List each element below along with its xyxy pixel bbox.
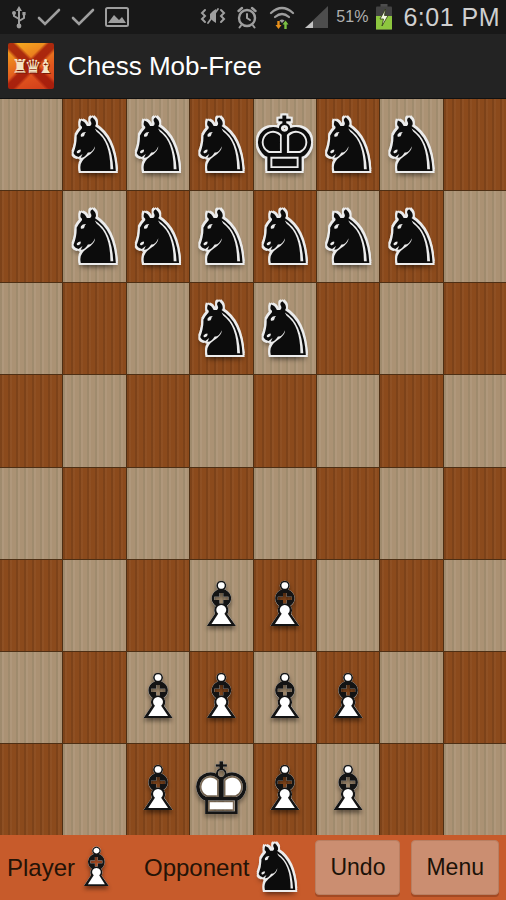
menu-button[interactable]: Menu (411, 840, 499, 895)
square-h7[interactable] (444, 191, 506, 282)
square-f8-black-knight[interactable]: ♞ (317, 99, 379, 190)
undo-button[interactable]: Undo (315, 840, 400, 895)
black-knight-piece: ♞ (188, 292, 254, 366)
square-a3[interactable] (0, 560, 62, 651)
white-bishop-piece: ♝ (320, 666, 376, 728)
square-e4[interactable] (254, 468, 316, 559)
square-f2-white-bishop[interactable]: ♝♗ (317, 652, 379, 743)
wifi-data-icon (268, 4, 296, 30)
white-bishop-piece-outline: ♗ (320, 666, 376, 728)
white-king-piece: ♚ (189, 753, 254, 825)
square-a1[interactable] (0, 744, 62, 835)
black-knight-piece: ♞ (378, 108, 444, 182)
black-knight-piece: ♞ (252, 200, 318, 274)
square-f5[interactable] (317, 375, 379, 466)
check-icon (70, 6, 96, 28)
square-a2[interactable] (0, 652, 62, 743)
phone-screen: 51% 6:01 PM ♜♛♝ Chess Mob-Free ♞♞♞♚♞♞♞♞♞… (0, 0, 506, 900)
usb-icon (10, 5, 28, 29)
square-e3-white-bishop[interactable]: ♝♗ (254, 560, 316, 651)
square-g8-black-knight[interactable]: ♞ (380, 99, 442, 190)
player-label: Player (7, 854, 75, 882)
square-h1[interactable] (444, 744, 506, 835)
white-bishop-piece: ♝ (257, 666, 313, 728)
square-e2-white-bishop[interactable]: ♝♗ (254, 652, 316, 743)
square-h5[interactable] (444, 375, 506, 466)
square-d1-white-king[interactable]: ♚♔ (190, 744, 252, 835)
square-e6-black-knight[interactable]: ♞ (254, 283, 316, 374)
square-a8[interactable] (0, 99, 62, 190)
square-d5[interactable] (190, 375, 252, 466)
alarm-icon (234, 5, 260, 30)
black-knight-piece: ♞ (188, 200, 254, 274)
white-bishop-piece: ♝ (194, 574, 250, 636)
square-b8-black-knight[interactable]: ♞ (63, 99, 125, 190)
square-c3[interactable] (127, 560, 189, 651)
square-h6[interactable] (444, 283, 506, 374)
white-bishop-piece-outline: ♗ (130, 666, 186, 728)
bottom-bar: Player ♝ ♗ Opponent ♞ Undo Menu (0, 835, 506, 900)
square-c1-white-bishop[interactable]: ♝♗ (127, 744, 189, 835)
gallery-icon (104, 6, 130, 28)
square-d4[interactable] (190, 468, 252, 559)
square-g1[interactable] (380, 744, 442, 835)
chess-board[interactable]: ♞♞♞♚♞♞♞♞♞♞♞♞♞♞♝♗♝♗♝♗♝♗♝♗♝♗♝♗♚♔♝♗♝♗ (0, 99, 506, 835)
square-g2[interactable] (380, 652, 442, 743)
square-d3-white-bishop[interactable]: ♝♗ (190, 560, 252, 651)
white-bishop-piece-outline: ♗ (257, 758, 313, 820)
black-knight-piece: ♞ (125, 108, 191, 182)
square-c4[interactable] (127, 468, 189, 559)
white-king-piece-outline: ♔ (189, 753, 254, 825)
white-bishop-piece-outline: ♗ (130, 758, 186, 820)
square-e5[interactable] (254, 375, 316, 466)
white-bishop-piece: ♝ (194, 666, 250, 728)
app-title: Chess Mob-Free (68, 51, 262, 82)
square-b3[interactable] (63, 560, 125, 651)
square-c7-black-knight[interactable]: ♞ (127, 191, 189, 282)
clock-time: 6:01 PM (403, 3, 500, 32)
black-knight-piece: ♞ (125, 200, 191, 274)
black-knight-piece: ♞ (378, 200, 444, 274)
square-g4[interactable] (380, 468, 442, 559)
square-b4[interactable] (63, 468, 125, 559)
black-knight-icon: ♞ (248, 836, 305, 900)
square-h4[interactable] (444, 468, 506, 559)
square-g6[interactable] (380, 283, 442, 374)
square-g3[interactable] (380, 560, 442, 651)
vibrate-silent-icon (200, 5, 226, 29)
white-bishop-piece-outline: ♗ (320, 758, 376, 820)
white-bishop-piece-outline: ♗ (194, 574, 250, 636)
white-bishop-piece-outline: ♗ (194, 666, 250, 728)
square-b2[interactable] (63, 652, 125, 743)
square-e1-white-bishop[interactable]: ♝♗ (254, 744, 316, 835)
square-f7-black-knight[interactable]: ♞ (317, 191, 379, 282)
square-h8[interactable] (444, 99, 506, 190)
status-bar: 51% 6:01 PM (0, 0, 506, 34)
square-f1-white-bishop[interactable]: ♝♗ (317, 744, 379, 835)
square-b1[interactable] (63, 744, 125, 835)
white-bishop-icon: ♝ (72, 841, 120, 895)
square-c2-white-bishop[interactable]: ♝♗ (127, 652, 189, 743)
square-g5[interactable] (380, 375, 442, 466)
check-icon (36, 6, 62, 28)
app-icon-glyphs: ♜♛♝ (11, 55, 50, 77)
white-bishop-piece: ♝ (320, 758, 376, 820)
battery-percent: 51% (336, 8, 368, 26)
square-c5[interactable] (127, 375, 189, 466)
square-a6[interactable] (0, 283, 62, 374)
opponent-piece-indicator: ♞ (253, 836, 300, 900)
signal-icon (304, 6, 329, 28)
square-f4[interactable] (317, 468, 379, 559)
square-c8-black-knight[interactable]: ♞ (127, 99, 189, 190)
square-h3[interactable] (444, 560, 506, 651)
white-bishop-piece-outline: ♗ (257, 666, 313, 728)
white-bishop-piece-outline: ♗ (257, 574, 313, 636)
square-d2-white-bishop[interactable]: ♝♗ (190, 652, 252, 743)
white-bishop-piece: ♝ (257, 574, 313, 636)
square-b5[interactable] (63, 375, 125, 466)
square-f6[interactable] (317, 283, 379, 374)
white-bishop-piece: ♝ (130, 666, 186, 728)
black-knight-piece: ♞ (315, 200, 381, 274)
square-d6-black-knight[interactable]: ♞ (190, 283, 252, 374)
black-knight-piece: ♞ (61, 200, 127, 274)
title-bar: ♜♛♝ Chess Mob-Free (0, 34, 506, 99)
square-e8-black-king[interactable]: ♚ (254, 99, 316, 190)
app-icon: ♜♛♝ (8, 43, 54, 89)
battery-charging-icon (375, 4, 393, 30)
square-h2[interactable] (444, 652, 506, 743)
opponent-label: Opponent (144, 854, 249, 882)
square-a4[interactable] (0, 468, 62, 559)
square-d8-black-knight[interactable]: ♞ (190, 99, 252, 190)
square-a5[interactable] (0, 375, 62, 466)
black-knight-piece: ♞ (252, 292, 318, 366)
square-g7-black-knight[interactable]: ♞ (380, 191, 442, 282)
black-knight-piece: ♞ (315, 108, 381, 182)
square-f3[interactable] (317, 560, 379, 651)
white-bishop-piece: ♝ (257, 758, 313, 820)
square-b6[interactable] (63, 283, 125, 374)
white-bishop-piece: ♝ (130, 758, 186, 820)
square-b7-black-knight[interactable]: ♞ (63, 191, 125, 282)
player-piece-indicator: ♝ ♗ (79, 836, 114, 900)
black-knight-piece: ♞ (188, 108, 254, 182)
black-king-piece: ♚ (251, 107, 319, 183)
square-c6[interactable] (127, 283, 189, 374)
square-a7[interactable] (0, 191, 62, 282)
square-e7-black-knight[interactable]: ♞ (254, 191, 316, 282)
square-d7-black-knight[interactable]: ♞ (190, 191, 252, 282)
black-knight-piece: ♞ (61, 108, 127, 182)
